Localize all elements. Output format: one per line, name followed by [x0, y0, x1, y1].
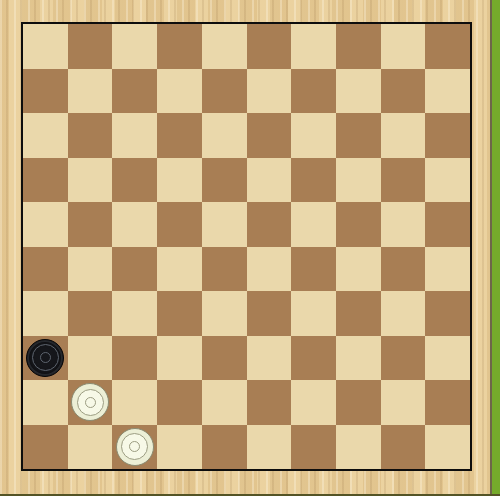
board-square-light	[68, 336, 113, 381]
board-square-light	[247, 336, 292, 381]
board-square-19[interactable]	[291, 158, 336, 203]
board-square-light	[23, 113, 68, 158]
board-square-15[interactable]	[425, 113, 470, 158]
board-square-32[interactable]	[157, 291, 202, 336]
board-square-light	[381, 202, 426, 247]
board-square-37[interactable]	[112, 336, 157, 381]
board-square-light	[425, 247, 470, 292]
board-square-light	[157, 69, 202, 114]
board-square-light	[112, 380, 157, 425]
board-square-45[interactable]	[425, 380, 470, 425]
board-square-light	[336, 69, 381, 114]
board-square-23[interactable]	[247, 202, 292, 247]
black-man-piece[interactable]	[26, 339, 64, 377]
board-square-31[interactable]	[68, 291, 113, 336]
board-square-light	[425, 69, 470, 114]
board-square-2[interactable]	[157, 24, 202, 69]
board-square-light	[336, 336, 381, 381]
board-square-light	[23, 202, 68, 247]
board-square-light	[425, 336, 470, 381]
board-square-47[interactable]	[112, 425, 157, 470]
board-square-light	[112, 113, 157, 158]
board-square-light	[202, 24, 247, 69]
board-square-light	[247, 158, 292, 203]
board-square-light	[157, 247, 202, 292]
board-square-light	[381, 113, 426, 158]
board-square-light	[112, 202, 157, 247]
board-square-10[interactable]	[381, 69, 426, 114]
board-square-light	[202, 202, 247, 247]
board-square-46[interactable]	[23, 425, 68, 470]
board-square-39[interactable]	[291, 336, 336, 381]
board-square-6[interactable]	[23, 69, 68, 114]
piece-ring	[77, 389, 104, 416]
board-square-light	[157, 158, 202, 203]
board-square-light	[23, 380, 68, 425]
board-square-light	[112, 24, 157, 69]
board-square-36[interactable]	[23, 336, 68, 381]
board-square-light	[247, 247, 292, 292]
piece-ring	[32, 344, 59, 371]
board-square-38[interactable]	[202, 336, 247, 381]
board-square-24[interactable]	[336, 202, 381, 247]
board-square-29[interactable]	[291, 247, 336, 292]
board-square-light	[336, 158, 381, 203]
board-square-light	[425, 425, 470, 470]
board-square-49[interactable]	[291, 425, 336, 470]
checkers-board	[21, 22, 472, 471]
board-square-light	[202, 113, 247, 158]
board-square-42[interactable]	[157, 380, 202, 425]
board-square-14[interactable]	[336, 113, 381, 158]
board-square-light	[23, 24, 68, 69]
board-square-light	[68, 158, 113, 203]
board-square-3[interactable]	[247, 24, 292, 69]
board-square-44[interactable]	[336, 380, 381, 425]
board-square-light	[157, 425, 202, 470]
board-square-27[interactable]	[112, 247, 157, 292]
board-square-13[interactable]	[247, 113, 292, 158]
board-square-light	[247, 69, 292, 114]
board-square-light	[202, 380, 247, 425]
board-square-light	[68, 425, 113, 470]
board-square-light	[381, 380, 426, 425]
board-square-light	[336, 425, 381, 470]
board-square-33[interactable]	[247, 291, 292, 336]
board-square-7[interactable]	[112, 69, 157, 114]
white-man-piece[interactable]	[116, 428, 154, 466]
board-square-8[interactable]	[202, 69, 247, 114]
board-square-21[interactable]	[68, 202, 113, 247]
board-square-light	[157, 336, 202, 381]
board-square-22[interactable]	[157, 202, 202, 247]
board-square-28[interactable]	[202, 247, 247, 292]
piece-center-dot	[40, 352, 51, 363]
board-square-light	[291, 202, 336, 247]
board-square-4[interactable]	[336, 24, 381, 69]
board-square-light	[425, 158, 470, 203]
board-square-light	[381, 24, 426, 69]
piece-center-dot	[85, 397, 96, 408]
board-square-light	[291, 291, 336, 336]
board-square-light	[291, 380, 336, 425]
board-square-26[interactable]	[23, 247, 68, 292]
board-square-41[interactable]	[68, 380, 113, 425]
board-square-light	[247, 425, 292, 470]
board-square-18[interactable]	[202, 158, 247, 203]
board-square-light	[291, 113, 336, 158]
board-square-35[interactable]	[425, 291, 470, 336]
board-square-12[interactable]	[157, 113, 202, 158]
board-square-30[interactable]	[381, 247, 426, 292]
piece-center-dot	[129, 441, 140, 452]
board-square-17[interactable]	[112, 158, 157, 203]
board-square-light	[202, 291, 247, 336]
board-square-25[interactable]	[425, 202, 470, 247]
board-square-50[interactable]	[381, 425, 426, 470]
board-square-16[interactable]	[23, 158, 68, 203]
board-square-5[interactable]	[425, 24, 470, 69]
board-square-light	[68, 247, 113, 292]
white-man-piece[interactable]	[71, 383, 109, 421]
board-square-light	[291, 24, 336, 69]
board-square-34[interactable]	[336, 291, 381, 336]
board-square-light	[23, 291, 68, 336]
board-square-light	[68, 69, 113, 114]
board-square-light	[336, 247, 381, 292]
board-square-light	[381, 291, 426, 336]
board-square-11[interactable]	[68, 113, 113, 158]
board-square-40[interactable]	[381, 336, 426, 381]
board-square-20[interactable]	[381, 158, 426, 203]
board-square-43[interactable]	[247, 380, 292, 425]
board-square-9[interactable]	[291, 69, 336, 114]
board-square-1[interactable]	[68, 24, 113, 69]
board-square-48[interactable]	[202, 425, 247, 470]
window-background	[0, 0, 500, 496]
piece-ring	[121, 433, 148, 460]
board-square-light	[112, 291, 157, 336]
